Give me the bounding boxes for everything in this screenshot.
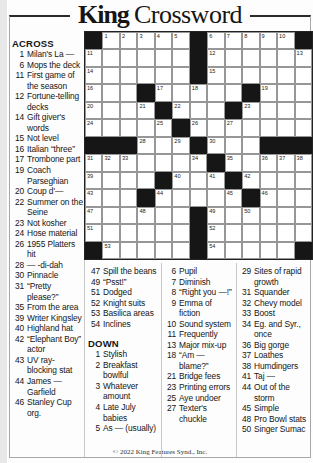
grid-cell-r4c11[interactable]: 19 (260, 84, 277, 101)
clue-text: James — Garfield (27, 376, 83, 397)
grid-cell-r6c8[interactable] (207, 119, 224, 136)
clue-across-26: 261955 Platters hit (12, 239, 83, 260)
grid-cell-r1c3[interactable]: 2 (120, 32, 137, 49)
clue-across-14: 14Gift giver's words (12, 112, 83, 133)
grid-cell-r11c6[interactable] (172, 207, 189, 224)
clue-down-13: 13Major mix-up (164, 340, 235, 351)
grid-cell-r4c8[interactable] (207, 84, 224, 101)
grid-cell-r12c12[interactable] (277, 224, 294, 241)
clue-number: 17 (12, 154, 24, 165)
clue-down-34: 34Eg. and Syr., once (239, 319, 311, 340)
clue-text: Pro Bowl stats (254, 414, 311, 425)
grid-cell-r12c1[interactable]: 51 (85, 224, 102, 241)
grid-cell-r9c8[interactable]: 41 (207, 172, 224, 189)
clue-text: Frequently (179, 329, 235, 340)
cell-number: 51 (87, 225, 93, 232)
grid-cell-r2c5[interactable] (155, 49, 172, 66)
grid-cell-r5c13[interactable] (295, 102, 312, 119)
grid-cell-r1c4[interactable]: 3 (137, 32, 154, 49)
block-cell-r5c9 (225, 102, 242, 119)
grid-cell-r4c1[interactable]: 16 (85, 84, 102, 101)
grid-cell-r13c3[interactable] (120, 242, 137, 259)
clue-text: Chevy model (254, 298, 311, 309)
grid-cell-r3c1[interactable]: 14 (85, 67, 102, 84)
grid-cell-r10c11[interactable]: 46 (260, 189, 277, 206)
clue-column-across-down: 47Spill the beans49“Psst!”51Dodged52Knig… (88, 266, 159, 434)
clue-number: 45 (239, 403, 251, 414)
grid-cell-r4c3[interactable] (120, 84, 137, 101)
grid-cell-r2c1[interactable]: 11 (85, 49, 102, 66)
page-title: KingCrossword (70, 0, 250, 30)
grid-cell-r4c13[interactable] (295, 84, 312, 101)
grid-cell-r12c4[interactable] (137, 224, 154, 241)
grid-cell-r7c9[interactable] (225, 137, 242, 154)
grid-cell-r5c7[interactable] (190, 102, 207, 119)
clue-down-50: 50Singer Sumac (239, 424, 311, 435)
cell-number: 28 (139, 138, 145, 145)
cell-number: 8 (244, 33, 247, 40)
grid-cell-r2c13[interactable]: 13 (295, 49, 312, 66)
clue-number: 43 (12, 355, 24, 376)
cell-number: 34 (192, 155, 198, 162)
grid-cell-r6c12[interactable] (277, 119, 294, 136)
grid-cell-r13c12[interactable] (277, 242, 294, 259)
grid-cell-r12c8[interactable]: 52 (207, 224, 224, 241)
cell-number: 6 (209, 33, 212, 40)
block-cell-r9c5 (155, 172, 172, 189)
grid-cell-r6c10[interactable] (242, 119, 259, 136)
block-cell-r5c5 (155, 102, 172, 119)
clue-text: Squander (254, 287, 311, 298)
clue-text: Basilica areas (103, 308, 159, 319)
clue-text: Writer Kingsley (27, 313, 83, 324)
clue-text: Out of the storm (254, 382, 311, 403)
grid-cell-r1c12[interactable]: 10 (277, 32, 294, 49)
grid-cell-r2c10[interactable] (242, 49, 259, 66)
clue-number: 44 (239, 382, 251, 403)
clue-number: 52 (88, 298, 100, 309)
cell-number: 46 (262, 190, 268, 197)
clue-number: 6 (164, 266, 176, 277)
grid-cell-r9c11[interactable] (260, 172, 277, 189)
clue-number: 35 (12, 302, 24, 313)
grid-cell-r4c12[interactable] (277, 84, 294, 101)
grid-cell-r10c2[interactable] (102, 189, 119, 206)
cell-number: 39 (87, 173, 93, 180)
column-divider (84, 260, 85, 457)
clue-column-down-1: 6Pupil7Diminish8“Right you —!”9Emma of f… (164, 266, 235, 424)
clue-number: 34 (239, 319, 251, 340)
clue-number: 41 (239, 371, 251, 382)
clue-down-6: 6Pupil (164, 266, 235, 277)
clue-text: Stanley Cup org. (27, 397, 83, 418)
clue-number: 18 (164, 350, 176, 371)
grid-cell-r13c6[interactable] (172, 242, 189, 259)
clue-text: 1955 Platters hit (27, 239, 83, 260)
grid-cell-r2c6[interactable] (172, 49, 189, 66)
grid-cell-r8c3[interactable]: 33 (120, 154, 137, 171)
grid-cell-r2c9[interactable] (225, 49, 242, 66)
grid-cell-r5c1[interactable]: 20 (85, 102, 102, 119)
clue-down-11: 11Frequently (164, 329, 235, 340)
grid-cell-r11c8[interactable]: 49 (207, 207, 224, 224)
grid-cell-r12c3[interactable] (120, 224, 137, 241)
grid-cell-r9c2[interactable] (102, 172, 119, 189)
grid-cell-r5c4[interactable]: 21 (137, 102, 154, 119)
block-cell-r1c13 (295, 32, 312, 49)
clue-text: Emma of fiction (179, 298, 235, 319)
grid-cell-r11c11[interactable] (260, 207, 277, 224)
clue-number: 33 (239, 308, 251, 319)
grid-cell-r11c4[interactable]: 48 (137, 207, 154, 224)
clue-number: 16 (12, 144, 24, 155)
clue-down-21: 21Bridge fees (164, 371, 235, 382)
clue-text: — -di-dah (27, 260, 83, 271)
grid-cell-r3c11[interactable] (260, 67, 277, 84)
clue-number: 6 (12, 60, 24, 71)
cell-number: 30 (209, 138, 215, 145)
clue-across-53: 53Basilica areas (88, 308, 159, 319)
clue-number: 27 (164, 403, 176, 424)
grid-cell-r5c12[interactable] (277, 102, 294, 119)
grid-cell-r1c9[interactable]: 7 (225, 32, 242, 49)
grid-cell-r7c4[interactable]: 28 (137, 137, 154, 154)
block-cell-r7c7 (190, 137, 207, 154)
clue-down-7: 7Diminish (164, 277, 235, 288)
grid-cell-r1c8[interactable]: 6 (207, 32, 224, 49)
clue-number: 24 (12, 228, 24, 239)
grid-cell-r4c5[interactable]: 17 (155, 84, 172, 101)
clue-across-39: 39Writer Kingsley (12, 313, 83, 324)
clue-text: Fortune-telling decks (27, 91, 83, 112)
clue-number: 14 (12, 112, 24, 133)
grid-cell-r3c3[interactable] (120, 67, 137, 84)
clue-across-52: 52Knight suits (88, 298, 159, 309)
grid-cell-r9c13[interactable] (295, 172, 312, 189)
clue-number: 23 (164, 382, 176, 393)
grid-cell-r11c5[interactable] (155, 207, 172, 224)
grid-cell-r13c4[interactable] (137, 242, 154, 259)
grid-cell-r9c4[interactable] (137, 172, 154, 189)
grid-cell-r5c11[interactable] (260, 102, 277, 119)
block-cell-r8c8 (207, 154, 224, 171)
block-cell-r13c1 (85, 242, 102, 259)
cell-number: 1 (104, 33, 107, 40)
clue-number: 31 (239, 287, 251, 298)
clue-number: 51 (88, 287, 100, 298)
clue-across-6: 6Mops the deck (12, 60, 83, 71)
clue-text: Simple (254, 403, 311, 414)
grid-cell-r1c10[interactable]: 8 (242, 32, 259, 49)
grid-cell-r10c5[interactable]: 44 (155, 189, 172, 206)
clue-down-5: 5As — (usually) (88, 423, 159, 434)
clue-number: 49 (88, 277, 100, 288)
clue-across-51: 51Dodged (88, 287, 159, 298)
grid-cell-r8c11[interactable]: 36 (260, 154, 277, 171)
cell-number: 47 (87, 208, 93, 215)
clue-across-43: 43UV ray-blocking stat (12, 355, 83, 376)
clue-across-1: 1Milan's La — (12, 49, 83, 60)
cell-number: 26 (192, 120, 198, 127)
clue-text: Summer on the Seine (27, 197, 83, 218)
grid-cell-r3c8[interactable]: 15 (207, 67, 224, 84)
grid-cell-r7c10[interactable] (242, 137, 259, 154)
block-cell-r11c7 (190, 207, 207, 224)
grid-cell-r2c2[interactable] (102, 49, 119, 66)
grid-cell-r13c2[interactable]: 53 (102, 242, 119, 259)
grid-cell-r6c5[interactable]: 25 (155, 119, 172, 136)
grid-cell-r2c3[interactable] (120, 49, 137, 66)
grid-cell-r4c7[interactable]: 18 (190, 84, 207, 101)
grid-cell-r11c13[interactable] (295, 207, 312, 224)
clue-text: Mops the deck (27, 60, 83, 71)
copyright-line: © 2022 King Features Synd., Inc. (7, 448, 313, 456)
clue-down-36: 36Big gorge (239, 340, 311, 351)
grid-cell-r7c5[interactable] (155, 137, 172, 154)
grid-cell-r3c9[interactable] (225, 67, 242, 84)
grid-cell-r8c10[interactable] (242, 154, 259, 171)
grid-cell-r8c7[interactable]: 34 (190, 154, 207, 171)
clue-text: Sites of rapid growth (254, 266, 311, 287)
clue-down-3: 3Whatever amount (88, 381, 159, 402)
clue-text: Taj — (254, 371, 311, 382)
block-cell-r2c7 (190, 49, 207, 66)
grid-cell-r8c1[interactable]: 31 (85, 154, 102, 171)
clue-text: Big gorge (254, 340, 311, 351)
clue-number: 38 (239, 361, 251, 372)
grid-cell-r5c3[interactable] (120, 102, 137, 119)
grid-cell-r8c5[interactable] (155, 154, 172, 171)
grid-cell-r6c11[interactable] (260, 119, 277, 136)
block-cell-r4c4 (137, 84, 154, 101)
clue-column-down-2: 29Sites of rapid growth31Squander32Chevy… (239, 266, 311, 435)
cell-number: 25 (157, 120, 163, 127)
grid-cell-r3c6[interactable] (172, 67, 189, 84)
grid-cell-r2c12[interactable] (277, 49, 294, 66)
clue-down-37: 37Loathes (239, 350, 311, 361)
grid-cell-r3c5[interactable] (155, 67, 172, 84)
clue-across-40: 40Highland hat (12, 323, 83, 334)
grid-cell-r12c13[interactable] (295, 224, 312, 241)
grid-cell-r11c3[interactable] (120, 207, 137, 224)
grid-cell-r10c6[interactable] (172, 189, 189, 206)
grid-cell-r6c2[interactable] (102, 119, 119, 136)
clue-number: 22 (12, 197, 24, 218)
cell-number: 36 (262, 155, 268, 162)
clue-across-47: 47Spill the beans (88, 266, 159, 277)
clue-number: 54 (88, 319, 100, 330)
grid-cell-r9c7[interactable] (190, 172, 207, 189)
grid-cell-r1c5[interactable]: 4 (155, 32, 172, 49)
grid-cell-r13c5[interactable] (155, 242, 172, 259)
clue-number: 31 (12, 281, 24, 302)
clue-down-32: 32Chevy model (239, 298, 311, 309)
cell-number: 42 (244, 173, 250, 180)
clue-number: 12 (12, 91, 24, 112)
clue-number: 42 (12, 334, 24, 355)
grid-cell-r9c6[interactable]: 40 (172, 172, 189, 189)
clue-text: Highland hat (27, 323, 83, 334)
clue-number: 28 (12, 260, 24, 271)
clue-number: 32 (239, 298, 251, 309)
grid-cell-r6c7[interactable]: 26 (190, 119, 207, 136)
grid-cell-r4c2[interactable] (102, 84, 119, 101)
clue-text: Eg. and Syr., once (254, 319, 311, 340)
clue-number: 37 (239, 350, 251, 361)
block-cell-r3c7 (190, 67, 207, 84)
grid-cell-r6c1[interactable]: 24 (85, 119, 102, 136)
grid-cell-r2c8[interactable]: 12 (207, 49, 224, 66)
clue-number: 36 (239, 340, 251, 351)
clue-number: 26 (12, 239, 24, 260)
grid-cell-r5c8[interactable] (207, 102, 224, 119)
clue-text: Hose material (27, 228, 83, 239)
down-header: DOWN (88, 338, 159, 349)
cell-number: 35 (227, 155, 233, 162)
grid-cell-r10c9[interactable]: 45 (225, 189, 242, 206)
grid-cell-r9c1[interactable]: 39 (85, 172, 102, 189)
clue-number: 47 (88, 266, 100, 277)
grid-cell-r12c2[interactable] (102, 224, 119, 241)
grid-cell-r10c12[interactable] (277, 189, 294, 206)
clue-number: 48 (239, 414, 251, 425)
grid-cell-r12c9[interactable] (225, 224, 242, 241)
grid-cell-r8c4[interactable] (137, 154, 154, 171)
clue-text: Pupil (179, 266, 235, 277)
grid-cell-r6c3[interactable] (120, 119, 137, 136)
grid-cell-r13c9[interactable] (225, 242, 242, 259)
grid-cell-r3c2[interactable] (102, 67, 119, 84)
block-cell-r7c12 (277, 137, 294, 154)
grid-cell-r10c7[interactable] (190, 189, 207, 206)
grid-cell-r10c13[interactable] (295, 189, 312, 206)
clue-text: Singer Sumac (254, 424, 311, 435)
clue-down-23: 23Printing errors (164, 382, 235, 393)
cell-number: 29 (174, 138, 180, 145)
block-cell-r7c13 (295, 137, 312, 154)
grid-cell-r1c6[interactable]: 5 (172, 32, 189, 49)
grid-cell-r1c11[interactable]: 9 (260, 32, 277, 49)
block-cell-r10c4 (137, 189, 154, 206)
grid-cell-r8c2[interactable]: 32 (102, 154, 119, 171)
clue-down-45: 45Simple (239, 403, 311, 414)
grid-cell-r12c10[interactable] (242, 224, 259, 241)
cell-number: 44 (157, 190, 163, 197)
clue-text: “Elephant Boy” actor (27, 334, 83, 355)
grid-cell-r3c12[interactable] (277, 67, 294, 84)
clue-text: Major mix-up (179, 340, 235, 351)
cell-number: 4 (157, 33, 160, 40)
clue-number: 1 (12, 49, 24, 60)
grid-cell-r1c2[interactable]: 1 (102, 32, 119, 49)
grid-cell-r4c9[interactable] (225, 84, 242, 101)
block-cell-r13c13 (295, 242, 312, 259)
clue-across-17: 17Trombone part (12, 154, 83, 165)
grid-cell-r5c6[interactable]: 22 (172, 102, 189, 119)
clue-text: Italian “three” (27, 144, 83, 155)
grid-cell-r8c13[interactable]: 38 (295, 154, 312, 171)
clue-text: Humdingers (254, 361, 311, 372)
cell-number: 38 (297, 155, 303, 162)
grid-cell-r8c9[interactable]: 35 (225, 154, 242, 171)
grid-cell-r11c9[interactable] (225, 207, 242, 224)
clue-text: Stylish (103, 349, 159, 360)
grid-cell-r9c10[interactable]: 42 (242, 172, 259, 189)
grid-cell-r7c8[interactable]: 30 (207, 137, 224, 154)
clue-text: Dodged (103, 287, 159, 298)
grid-cell-r8c12[interactable]: 37 (277, 154, 294, 171)
clue-across-30: 30Pinnacle (12, 270, 83, 281)
cell-number: 17 (157, 85, 163, 92)
king-crossword-page: KingCrossword 12345678910111213141516171… (7, 0, 313, 463)
clue-across-12: 12Fortune-telling decks (12, 91, 83, 112)
grid-cell-r11c10[interactable]: 50 (242, 207, 259, 224)
block-cell-r7c3 (120, 137, 137, 154)
grid-cell-r7c6[interactable]: 29 (172, 137, 189, 154)
cell-number: 45 (227, 190, 233, 197)
grid-cell-r6c13[interactable] (295, 119, 312, 136)
cell-number: 3 (139, 33, 142, 40)
grid-cell-r10c3[interactable] (120, 189, 137, 206)
grid-cell-r13c10[interactable] (242, 242, 259, 259)
cell-number: 43 (87, 190, 93, 197)
grid-cell-r3c10[interactable] (242, 67, 259, 84)
clue-text: Knight suits (103, 298, 159, 309)
block-cell-r13c7 (190, 242, 207, 259)
grid-cell-r11c1[interactable]: 47 (85, 207, 102, 224)
clue-across-24: 24Hose material (12, 228, 83, 239)
grid-cell-r6c9[interactable]: 27 (225, 119, 242, 136)
grid-cell-r9c3[interactable] (120, 172, 137, 189)
grid-cell-r11c12[interactable] (277, 207, 294, 224)
grid-cell-r8c6[interactable] (172, 154, 189, 171)
cell-number: 16 (87, 85, 93, 92)
grid-cell-r9c12[interactable] (277, 172, 294, 189)
clue-column-across: ACROSS1Milan's La —6Mops the deck11First… (12, 38, 83, 418)
clue-text: UV ray-blocking stat (27, 355, 83, 376)
grid-cell-r12c5[interactable] (155, 224, 172, 241)
grid-cell-r10c8[interactable] (207, 189, 224, 206)
grid-cell-r13c8[interactable]: 54 (207, 242, 224, 259)
grid-cell-r12c11[interactable] (260, 224, 277, 241)
grid-cell-r4c6[interactable] (172, 84, 189, 101)
grid-cell-r10c1[interactable]: 43 (85, 189, 102, 206)
clue-number: 21 (164, 371, 176, 382)
cell-number: 48 (139, 208, 145, 215)
clue-text: Inclines (103, 319, 159, 330)
clue-down-4: 4Late July babies (88, 402, 159, 423)
grid-cell-r5c10[interactable]: 23 (242, 102, 259, 119)
clue-text: Diminish (179, 277, 235, 288)
cell-number: 19 (262, 85, 268, 92)
cell-number: 14 (87, 68, 93, 75)
cell-number: 23 (244, 103, 250, 110)
grid-cell-r5c2[interactable] (102, 102, 119, 119)
clue-text: Aye undoer (179, 393, 235, 404)
clue-number: 4 (88, 402, 100, 423)
cell-number: 31 (87, 155, 93, 162)
grid-cell-r12c6[interactable] (172, 224, 189, 241)
grid-cell-r2c11[interactable] (260, 49, 277, 66)
grid-cell-r3c4[interactable] (137, 67, 154, 84)
clue-down-8: 8“Right you —!” (164, 287, 235, 298)
grid-cell-r11c2[interactable] (102, 207, 119, 224)
grid-cell-r13c11[interactable] (260, 242, 277, 259)
grid-cell-r6c4[interactable] (137, 119, 154, 136)
grid-cell-r3c13[interactable] (295, 67, 312, 84)
cell-number: 41 (209, 173, 215, 180)
grid-cell-r2c4[interactable] (137, 49, 154, 66)
